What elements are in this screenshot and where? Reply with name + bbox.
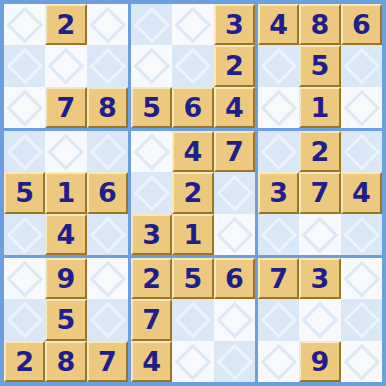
given-cell-r9c8: 9 — [299, 341, 340, 382]
given-cell-r9c2: 8 — [45, 341, 86, 382]
empty-cell-r3c7[interactable] — [258, 87, 299, 128]
given-cell-r5c3: 6 — [87, 172, 128, 213]
diamond-icon — [216, 175, 252, 211]
diamond-icon — [261, 48, 297, 84]
given-digit: 4 — [225, 94, 244, 121]
given-digit: 5 — [57, 306, 76, 333]
diamond-icon — [216, 216, 252, 252]
empty-cell-r6c8[interactable] — [299, 214, 340, 255]
given-cell-r6c4: 3 — [131, 214, 172, 255]
given-digit: 1 — [184, 221, 203, 248]
given-cell-r3c3: 8 — [87, 87, 128, 128]
diamond-icon — [48, 48, 84, 84]
empty-cell-r8c7[interactable] — [258, 299, 299, 340]
diamond-icon — [343, 302, 379, 338]
given-digit: 3 — [311, 265, 330, 292]
empty-cell-r7c1[interactable] — [4, 258, 45, 299]
diamond-icon — [343, 89, 379, 125]
empty-cell-r4c3[interactable] — [87, 131, 128, 172]
empty-cell-r1c1[interactable] — [4, 4, 45, 45]
given-cell-r9c1: 2 — [4, 341, 45, 382]
given-digit: 4 — [352, 179, 371, 206]
diamond-icon — [134, 175, 170, 211]
empty-cell-r2c1[interactable] — [4, 45, 45, 86]
given-cell-r4c5: 4 — [172, 131, 213, 172]
empty-cell-r3c9[interactable] — [341, 87, 382, 128]
diamond-icon — [302, 302, 338, 338]
empty-cell-r5c4[interactable] — [131, 172, 172, 213]
diamond-icon — [134, 7, 170, 43]
given-digit: 7 — [98, 348, 117, 375]
given-cell-r1c2: 2 — [45, 4, 86, 45]
given-digit: 2 — [15, 348, 34, 375]
diamond-icon — [48, 134, 84, 170]
sudoku-box-r2c2: 47231 — [131, 131, 255, 255]
given-digit: 5 — [142, 94, 161, 121]
given-cell-r9c3: 7 — [87, 341, 128, 382]
empty-cell-r8c9[interactable] — [341, 299, 382, 340]
empty-cell-r2c3[interactable] — [87, 45, 128, 86]
diamond-icon — [7, 89, 43, 125]
empty-cell-r9c5[interactable] — [172, 341, 213, 382]
given-digit: 4 — [184, 138, 203, 165]
diamond-icon — [7, 216, 43, 252]
given-digit: 2 — [184, 179, 203, 206]
empty-cell-r2c7[interactable] — [258, 45, 299, 86]
given-digit: 2 — [142, 265, 161, 292]
given-cell-r7c5: 5 — [172, 258, 213, 299]
given-cell-r1c7: 4 — [258, 4, 299, 45]
sudoku-box-r2c1: 5164 — [4, 131, 128, 255]
given-digit: 6 — [98, 179, 117, 206]
given-cell-r3c8: 1 — [299, 87, 340, 128]
given-digit: 4 — [142, 348, 161, 375]
given-cell-r2c8: 5 — [299, 45, 340, 86]
diamond-icon — [216, 343, 252, 379]
diamond-icon — [89, 216, 125, 252]
given-digit: 9 — [57, 265, 76, 292]
given-digit: 3 — [269, 179, 288, 206]
diamond-icon — [89, 48, 125, 84]
diamond-icon — [343, 216, 379, 252]
diamond-icon — [302, 216, 338, 252]
diamond-icon — [216, 302, 252, 338]
empty-cell-r8c1[interactable] — [4, 299, 45, 340]
empty-cell-r6c6[interactable] — [214, 214, 255, 255]
given-cell-r7c6: 6 — [214, 258, 255, 299]
diamond-icon — [175, 48, 211, 84]
given-digit: 1 — [57, 179, 76, 206]
diamond-icon — [89, 7, 125, 43]
given-digit: 3 — [142, 221, 161, 248]
diamond-icon — [261, 343, 297, 379]
diamond-icon — [7, 261, 43, 297]
empty-cell-r8c3[interactable] — [87, 299, 128, 340]
given-digit: 8 — [98, 94, 117, 121]
diamond-icon — [89, 134, 125, 170]
diamond-icon — [175, 7, 211, 43]
empty-cell-r8c8[interactable] — [299, 299, 340, 340]
given-digit: 5 — [311, 52, 330, 79]
sudoku-box-r3c1: 95287 — [4, 258, 128, 382]
given-digit: 8 — [311, 11, 330, 38]
given-cell-r2c6: 2 — [214, 45, 255, 86]
empty-cell-r2c4[interactable] — [131, 45, 172, 86]
empty-cell-r4c7[interactable] — [258, 131, 299, 172]
empty-cell-r1c4[interactable] — [131, 4, 172, 45]
given-cell-r3c6: 4 — [214, 87, 255, 128]
sudoku-box-r1c3: 48651 — [258, 4, 382, 128]
given-digit: 1 — [311, 94, 330, 121]
sudoku-box-r3c3: 739 — [258, 258, 382, 382]
diamond-icon — [261, 302, 297, 338]
sudoku-box-r1c1: 278 — [4, 4, 128, 128]
given-cell-r5c8: 7 — [299, 172, 340, 213]
given-cell-r5c5: 2 — [172, 172, 213, 213]
given-cell-r1c8: 8 — [299, 4, 340, 45]
given-cell-r1c6: 3 — [214, 4, 255, 45]
empty-cell-r9c6[interactable] — [214, 341, 255, 382]
empty-cell-r7c3[interactable] — [87, 258, 128, 299]
given-digit: 9 — [311, 348, 330, 375]
empty-cell-r6c9[interactable] — [341, 214, 382, 255]
given-cell-r4c6: 7 — [214, 131, 255, 172]
empty-cell-r5c6[interactable] — [214, 172, 255, 213]
given-digit: 2 — [311, 138, 330, 165]
diamond-icon — [261, 216, 297, 252]
empty-cell-r4c2[interactable] — [45, 131, 86, 172]
empty-cell-r4c9[interactable] — [341, 131, 382, 172]
empty-cell-r4c1[interactable] — [4, 131, 45, 172]
diamond-icon — [134, 134, 170, 170]
empty-cell-r1c5[interactable] — [172, 4, 213, 45]
given-digit: 7 — [269, 265, 288, 292]
sudoku-box-r2c3: 2374 — [258, 131, 382, 255]
empty-cell-r3c1[interactable] — [4, 87, 45, 128]
given-digit: 7 — [57, 94, 76, 121]
given-cell-r8c4: 7 — [131, 299, 172, 340]
given-cell-r5c1: 5 — [4, 172, 45, 213]
given-cell-r3c2: 7 — [45, 87, 86, 128]
given-cell-r6c5: 1 — [172, 214, 213, 255]
given-cell-r7c2: 9 — [45, 258, 86, 299]
given-digit: 5 — [184, 265, 203, 292]
empty-cell-r7c9[interactable] — [341, 258, 382, 299]
given-cell-r3c5: 6 — [172, 87, 213, 128]
given-cell-r9c4: 4 — [131, 341, 172, 382]
empty-cell-r6c7[interactable] — [258, 214, 299, 255]
given-cell-r8c2: 5 — [45, 299, 86, 340]
given-cell-r7c8: 3 — [299, 258, 340, 299]
sudoku-box-r3c2: 25674 — [131, 258, 255, 382]
diamond-icon — [343, 48, 379, 84]
empty-cell-r4c4[interactable] — [131, 131, 172, 172]
given-digit: 7 — [225, 138, 244, 165]
given-cell-r1c9: 6 — [341, 4, 382, 45]
diamond-icon — [261, 134, 297, 170]
given-cell-r7c4: 2 — [131, 258, 172, 299]
given-digit: 2 — [225, 52, 244, 79]
given-digit: 3 — [225, 11, 244, 38]
empty-cell-r9c9[interactable] — [341, 341, 382, 382]
empty-cell-r1c3[interactable] — [87, 4, 128, 45]
given-cell-r5c9: 4 — [341, 172, 382, 213]
given-cell-r4c8: 2 — [299, 131, 340, 172]
given-digit: 2 — [57, 11, 76, 38]
empty-cell-r8c6[interactable] — [214, 299, 255, 340]
given-cell-r6c2: 4 — [45, 214, 86, 255]
given-digit: 6 — [184, 94, 203, 121]
empty-cell-r9c7[interactable] — [258, 341, 299, 382]
given-digit: 7 — [311, 179, 330, 206]
given-digit: 6 — [225, 265, 244, 292]
given-digit: 6 — [352, 11, 371, 38]
diamond-icon — [175, 343, 211, 379]
empty-cell-r2c9[interactable] — [341, 45, 382, 86]
given-cell-r5c7: 3 — [258, 172, 299, 213]
diamond-icon — [343, 134, 379, 170]
diamond-icon — [89, 302, 125, 338]
given-cell-r5c2: 1 — [45, 172, 86, 213]
diamond-icon — [7, 302, 43, 338]
given-digit: 5 — [15, 179, 34, 206]
given-cell-r7c7: 7 — [258, 258, 299, 299]
diamond-icon — [134, 48, 170, 84]
diamond-icon — [7, 7, 43, 43]
empty-cell-r2c5[interactable] — [172, 45, 213, 86]
given-digit: 8 — [57, 348, 76, 375]
diamond-icon — [175, 302, 211, 338]
empty-cell-r8c5[interactable] — [172, 299, 213, 340]
empty-cell-r6c1[interactable] — [4, 214, 45, 255]
diamond-icon — [89, 261, 125, 297]
sudoku-board: 278325644865151644723123749528725674739 — [0, 0, 386, 386]
diamond-icon — [7, 134, 43, 170]
diamond-icon — [7, 48, 43, 84]
diamond-icon — [261, 89, 297, 125]
empty-cell-r2c2[interactable] — [45, 45, 86, 86]
given-cell-r3c4: 5 — [131, 87, 172, 128]
sudoku-box-r1c2: 32564 — [131, 4, 255, 128]
diamond-icon — [343, 261, 379, 297]
given-digit: 7 — [142, 306, 161, 333]
given-digit: 4 — [57, 221, 76, 248]
given-digit: 4 — [269, 11, 288, 38]
diamond-icon — [343, 343, 379, 379]
empty-cell-r6c3[interactable] — [87, 214, 128, 255]
